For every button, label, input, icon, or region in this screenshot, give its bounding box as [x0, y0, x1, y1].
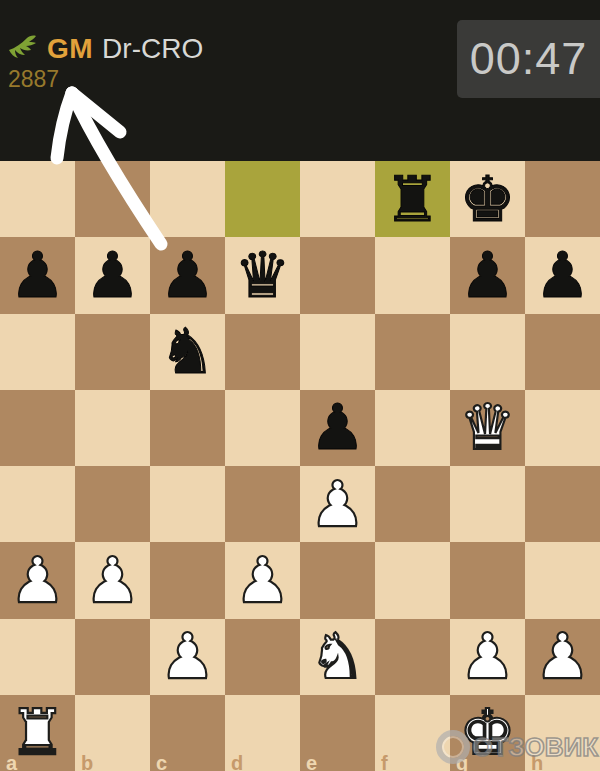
square-b5[interactable] — [75, 390, 150, 466]
file-label-a: a — [6, 752, 17, 771]
square-d2[interactable] — [225, 619, 300, 695]
piece-white-pawn: ♟ — [300, 466, 375, 542]
square-c4[interactable] — [150, 466, 225, 542]
piece-white-queen: ♛ — [450, 390, 525, 466]
piece-black-queen: ♛ — [225, 237, 300, 313]
opponent-clock: 00:47 — [457, 20, 600, 98]
square-b7[interactable]: ♟ — [75, 237, 150, 313]
square-g7[interactable]: ♟ — [450, 237, 525, 313]
square-c2[interactable]: ♟ — [150, 619, 225, 695]
square-a7[interactable]: ♟ — [0, 237, 75, 313]
square-a2[interactable] — [0, 619, 75, 695]
square-b8[interactable] — [75, 161, 150, 237]
square-a1[interactable]: ♜a — [0, 695, 75, 771]
square-d3[interactable]: ♟ — [225, 542, 300, 618]
square-g2[interactable]: ♟ — [450, 619, 525, 695]
file-label-e: e — [306, 752, 317, 771]
square-a8[interactable] — [0, 161, 75, 237]
square-e6[interactable] — [300, 314, 375, 390]
piece-black-rook: ♜ — [375, 161, 450, 237]
square-a4[interactable] — [0, 466, 75, 542]
square-b2[interactable] — [75, 619, 150, 695]
piece-white-pawn: ♟ — [525, 619, 600, 695]
square-e7[interactable] — [300, 237, 375, 313]
chess-board: ♜♚♟♟♟♛♟♟♞♟♛♟♟♟♟♟♞♟♟♜abcdef♚gh — [0, 161, 600, 771]
top-bar: GM Dr-CRO 2887 00:47 — [0, 0, 600, 161]
player-title-badge: GM — [47, 33, 93, 65]
square-e8[interactable] — [300, 161, 375, 237]
player-rating: 2887 — [8, 66, 59, 93]
square-d7[interactable]: ♛ — [225, 237, 300, 313]
square-c5[interactable] — [150, 390, 225, 466]
square-b6[interactable] — [75, 314, 150, 390]
piece-black-knight: ♞ — [150, 314, 225, 390]
square-f8[interactable]: ♜ — [375, 161, 450, 237]
piece-black-king: ♚ — [450, 161, 525, 237]
square-d8[interactable] — [225, 161, 300, 237]
square-c8[interactable] — [150, 161, 225, 237]
square-h2[interactable]: ♟ — [525, 619, 600, 695]
file-label-d: d — [231, 752, 243, 771]
file-label-c: c — [156, 752, 167, 771]
piece-white-pawn: ♟ — [150, 619, 225, 695]
piece-white-knight: ♞ — [300, 619, 375, 695]
piece-black-pawn: ♟ — [525, 237, 600, 313]
piece-white-pawn: ♟ — [75, 542, 150, 618]
square-c1[interactable]: c — [150, 695, 225, 771]
piece-white-pawn: ♟ — [225, 542, 300, 618]
player-name: Dr-CRO — [102, 33, 203, 65]
square-f3[interactable] — [375, 542, 450, 618]
square-g6[interactable] — [450, 314, 525, 390]
square-g4[interactable] — [450, 466, 525, 542]
square-d4[interactable] — [225, 466, 300, 542]
square-g8[interactable]: ♚ — [450, 161, 525, 237]
opponent-info[interactable]: GM Dr-CRO — [7, 33, 203, 65]
square-c6[interactable]: ♞ — [150, 314, 225, 390]
square-f5[interactable] — [375, 390, 450, 466]
square-d6[interactable] — [225, 314, 300, 390]
square-c7[interactable]: ♟ — [150, 237, 225, 313]
piece-black-pawn: ♟ — [150, 237, 225, 313]
watermark-text: ОТЗОВИК — [472, 732, 598, 763]
square-g3[interactable] — [450, 542, 525, 618]
square-e5[interactable]: ♟ — [300, 390, 375, 466]
square-a3[interactable]: ♟ — [0, 542, 75, 618]
piece-black-pawn: ♟ — [0, 237, 75, 313]
square-h3[interactable] — [525, 542, 600, 618]
square-e3[interactable] — [300, 542, 375, 618]
square-e4[interactable]: ♟ — [300, 466, 375, 542]
square-d1[interactable]: d — [225, 695, 300, 771]
file-label-f: f — [381, 752, 388, 771]
square-b1[interactable]: b — [75, 695, 150, 771]
square-h4[interactable] — [525, 466, 600, 542]
square-b3[interactable]: ♟ — [75, 542, 150, 618]
square-f2[interactable] — [375, 619, 450, 695]
piece-black-pawn: ♟ — [450, 237, 525, 313]
copyright-ring-icon — [436, 730, 470, 764]
square-c3[interactable] — [150, 542, 225, 618]
piece-white-pawn: ♟ — [0, 542, 75, 618]
clock-time: 00:47 — [470, 33, 588, 85]
square-a6[interactable] — [0, 314, 75, 390]
square-h6[interactable] — [525, 314, 600, 390]
piece-white-rook: ♜ — [0, 695, 75, 771]
square-e2[interactable]: ♞ — [300, 619, 375, 695]
square-f6[interactable] — [375, 314, 450, 390]
square-d5[interactable] — [225, 390, 300, 466]
square-g5[interactable]: ♛ — [450, 390, 525, 466]
watermark: ОТЗОВИК — [436, 730, 598, 764]
piece-black-pawn: ♟ — [300, 390, 375, 466]
square-f4[interactable] — [375, 466, 450, 542]
titled-player-wing-icon — [7, 34, 38, 64]
piece-white-pawn: ♟ — [450, 619, 525, 695]
piece-black-pawn: ♟ — [75, 237, 150, 313]
square-a5[interactable] — [0, 390, 75, 466]
square-e1[interactable]: e — [300, 695, 375, 771]
square-f7[interactable] — [375, 237, 450, 313]
chess-app-screen: GM Dr-CRO 2887 00:47 ♜♚♟♟♟♛♟♟♞♟♛♟♟♟♟♟♞♟♟… — [0, 0, 600, 771]
file-label-b: b — [81, 752, 93, 771]
square-b4[interactable] — [75, 466, 150, 542]
square-h7[interactable]: ♟ — [525, 237, 600, 313]
square-h5[interactable] — [525, 390, 600, 466]
square-h8[interactable] — [525, 161, 600, 237]
